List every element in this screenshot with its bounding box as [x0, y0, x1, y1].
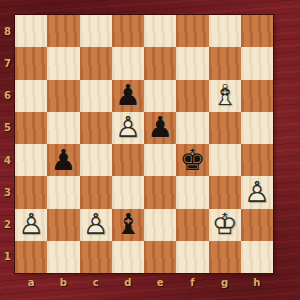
square-c4[interactable] — [80, 144, 112, 176]
square-c3[interactable] — [80, 176, 112, 208]
square-g6[interactable]: ♝♗ — [209, 80, 241, 112]
chessboard: ♟♝♗♟♙♟♟♚♟♙♟♙♟♙♝♚♔ — [15, 15, 273, 273]
square-a8[interactable] — [15, 15, 47, 47]
square-b8[interactable] — [47, 15, 79, 47]
file-label-e: e — [144, 273, 176, 300]
rank-label-1: 1 — [0, 241, 15, 273]
square-h7[interactable] — [241, 47, 273, 79]
square-f1[interactable] — [176, 241, 208, 273]
rank-label-4: 4 — [0, 144, 15, 176]
square-a4[interactable] — [15, 144, 47, 176]
square-g2[interactable]: ♚♔ — [209, 209, 241, 241]
board-frame: 87654321 ♟♝♗♟♙♟♟♚♟♙♟♙♟♙♝♚♔ abcdefgh — [0, 0, 300, 300]
rank-label-3: 3 — [0, 176, 15, 208]
square-c6[interactable] — [80, 80, 112, 112]
square-e8[interactable] — [144, 15, 176, 47]
square-h5[interactable] — [241, 112, 273, 144]
piece-black-king[interactable]: ♚ — [176, 144, 208, 176]
piece-white-king[interactable]: ♚♔ — [209, 209, 241, 241]
square-b5[interactable] — [47, 112, 79, 144]
square-a3[interactable] — [15, 176, 47, 208]
piece-black-pawn[interactable]: ♟ — [144, 112, 176, 144]
piece-white-pawn[interactable]: ♟♙ — [15, 209, 47, 241]
piece-black-bishop[interactable]: ♝ — [112, 209, 144, 241]
rank-label-5: 5 — [0, 112, 15, 144]
white-piece-outline-layer: ♙ — [244, 178, 270, 207]
white-piece-outline-layer: ♙ — [115, 113, 141, 142]
square-d8[interactable] — [112, 15, 144, 47]
square-c7[interactable] — [80, 47, 112, 79]
file-label-f: f — [176, 273, 208, 300]
square-g5[interactable] — [209, 112, 241, 144]
square-a2[interactable]: ♟♙ — [15, 209, 47, 241]
square-h6[interactable] — [241, 80, 273, 112]
piece-white-bishop[interactable]: ♝♗ — [209, 80, 241, 112]
square-f6[interactable] — [176, 80, 208, 112]
rank-label-2: 2 — [0, 209, 15, 241]
square-e5[interactable]: ♟ — [144, 112, 176, 144]
square-e4[interactable] — [144, 144, 176, 176]
square-g1[interactable] — [209, 241, 241, 273]
square-d6[interactable]: ♟ — [112, 80, 144, 112]
square-h3[interactable]: ♟♙ — [241, 176, 273, 208]
file-labels: abcdefgh — [15, 273, 273, 300]
square-a5[interactable] — [15, 112, 47, 144]
rank-labels: 87654321 — [0, 15, 15, 273]
square-f3[interactable] — [176, 176, 208, 208]
piece-black-pawn[interactable]: ♟ — [112, 80, 144, 112]
square-a1[interactable] — [15, 241, 47, 273]
square-c1[interactable] — [80, 241, 112, 273]
square-c2[interactable]: ♟♙ — [80, 209, 112, 241]
square-d2[interactable]: ♝ — [112, 209, 144, 241]
piece-black-pawn[interactable]: ♟ — [47, 144, 79, 176]
square-g3[interactable] — [209, 176, 241, 208]
square-e7[interactable] — [144, 47, 176, 79]
square-f2[interactable] — [176, 209, 208, 241]
square-d5[interactable]: ♟♙ — [112, 112, 144, 144]
square-b7[interactable] — [47, 47, 79, 79]
square-h2[interactable] — [241, 209, 273, 241]
square-e2[interactable] — [144, 209, 176, 241]
rank-label-7: 7 — [0, 47, 15, 79]
piece-white-pawn[interactable]: ♟♙ — [241, 176, 273, 208]
white-piece-outline-layer: ♗ — [212, 81, 238, 110]
square-f8[interactable] — [176, 15, 208, 47]
square-c5[interactable] — [80, 112, 112, 144]
square-g8[interactable] — [209, 15, 241, 47]
square-h1[interactable] — [241, 241, 273, 273]
file-label-h: h — [241, 273, 273, 300]
square-g4[interactable] — [209, 144, 241, 176]
square-d4[interactable] — [112, 144, 144, 176]
white-piece-outline-layer: ♙ — [83, 210, 109, 239]
white-piece-outline-layer: ♔ — [212, 210, 238, 239]
square-e6[interactable] — [144, 80, 176, 112]
square-e3[interactable] — [144, 176, 176, 208]
square-d3[interactable] — [112, 176, 144, 208]
square-a6[interactable] — [15, 80, 47, 112]
square-b4[interactable]: ♟ — [47, 144, 79, 176]
square-c8[interactable] — [80, 15, 112, 47]
file-label-d: d — [112, 273, 144, 300]
square-a7[interactable] — [15, 47, 47, 79]
square-b6[interactable] — [47, 80, 79, 112]
square-e1[interactable] — [144, 241, 176, 273]
square-d7[interactable] — [112, 47, 144, 79]
file-label-b: b — [47, 273, 79, 300]
square-f4[interactable]: ♚ — [176, 144, 208, 176]
square-d1[interactable] — [112, 241, 144, 273]
file-label-g: g — [209, 273, 241, 300]
piece-white-pawn[interactable]: ♟♙ — [80, 209, 112, 241]
square-f5[interactable] — [176, 112, 208, 144]
square-h4[interactable] — [241, 144, 273, 176]
square-h8[interactable] — [241, 15, 273, 47]
piece-white-pawn[interactable]: ♟♙ — [112, 112, 144, 144]
square-f7[interactable] — [176, 47, 208, 79]
white-piece-outline-layer: ♙ — [18, 210, 44, 239]
square-b3[interactable] — [47, 176, 79, 208]
file-label-c: c — [80, 273, 112, 300]
file-label-a: a — [15, 273, 47, 300]
square-g7[interactable] — [209, 47, 241, 79]
rank-label-8: 8 — [0, 15, 15, 47]
square-b2[interactable] — [47, 209, 79, 241]
square-b1[interactable] — [47, 241, 79, 273]
rank-label-6: 6 — [0, 80, 15, 112]
